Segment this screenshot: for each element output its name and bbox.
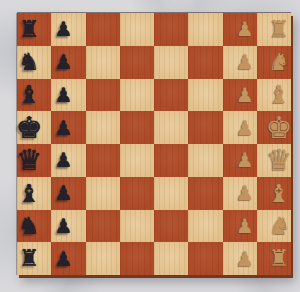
square-b1[interactable]: ♞ — [257, 210, 291, 243]
piece-white-pawn-h2[interactable]: ♟ — [236, 19, 254, 39]
piece-black-pawn-e7[interactable]: ♟ — [54, 118, 72, 138]
square-e1[interactable]: ♚ — [257, 111, 291, 144]
square-c8[interactable]: ♝ — [17, 177, 51, 210]
piece-white-pawn-c2[interactable]: ♟ — [236, 183, 254, 203]
piece-white-rook-a1[interactable]: ♜ — [269, 247, 290, 270]
square-f2[interactable]: ♟ — [223, 79, 257, 112]
square-b2[interactable]: ♟ — [223, 210, 257, 243]
piece-black-bishop-c8[interactable]: ♝ — [18, 181, 40, 206]
piece-black-rook-a8[interactable]: ♜ — [19, 247, 40, 270]
piece-black-knight-g8[interactable]: ♞ — [18, 50, 40, 74]
piece-white-pawn-e2[interactable]: ♟ — [236, 118, 254, 138]
piece-white-pawn-d2[interactable]: ♟ — [236, 150, 254, 170]
square-a4[interactable] — [154, 242, 188, 275]
square-f8[interactable]: ♝ — [17, 79, 51, 112]
square-c7[interactable]: ♟ — [51, 177, 85, 210]
square-h8[interactable]: ♜ — [17, 13, 51, 46]
square-d5[interactable] — [120, 144, 154, 177]
square-a6[interactable] — [86, 242, 120, 275]
square-g2[interactable]: ♟ — [223, 46, 257, 79]
square-e8[interactable]: ♚ — [17, 111, 51, 144]
square-c4[interactable] — [154, 177, 188, 210]
square-d3[interactable] — [188, 144, 222, 177]
square-a7[interactable]: ♟ — [51, 242, 85, 275]
square-h5[interactable] — [120, 13, 154, 46]
square-c2[interactable]: ♟ — [223, 177, 257, 210]
piece-white-knight-g1[interactable]: ♞ — [268, 50, 290, 74]
square-d1[interactable]: ♛ — [257, 144, 291, 177]
square-b4[interactable] — [154, 210, 188, 243]
square-f7[interactable]: ♟ — [51, 79, 85, 112]
square-e5[interactable] — [120, 111, 154, 144]
square-g4[interactable] — [154, 46, 188, 79]
square-g6[interactable] — [86, 46, 120, 79]
piece-white-king-e1[interactable]: ♚ — [265, 113, 292, 143]
square-f1[interactable]: ♝ — [257, 79, 291, 112]
square-d2[interactable]: ♟ — [223, 144, 257, 177]
square-b7[interactable]: ♟ — [51, 210, 85, 243]
square-a2[interactable]: ♟ — [223, 242, 257, 275]
square-e4[interactable] — [154, 111, 188, 144]
square-b3[interactable] — [188, 210, 222, 243]
piece-black-pawn-g7[interactable]: ♟ — [54, 52, 72, 72]
piece-black-queen-d8[interactable]: ♛ — [16, 146, 42, 175]
piece-white-bishop-f1[interactable]: ♝ — [268, 82, 290, 107]
piece-black-pawn-a7[interactable]: ♟ — [54, 249, 72, 269]
square-g3[interactable] — [188, 46, 222, 79]
square-g1[interactable]: ♞ — [257, 46, 291, 79]
square-g8[interactable]: ♞ — [17, 46, 51, 79]
piece-black-rook-h8[interactable]: ♜ — [19, 18, 40, 41]
square-f3[interactable] — [188, 79, 222, 112]
piece-black-pawn-d7[interactable]: ♟ — [54, 150, 72, 170]
piece-black-king-e8[interactable]: ♚ — [16, 113, 43, 143]
square-h3[interactable] — [188, 13, 222, 46]
square-c5[interactable] — [120, 177, 154, 210]
piece-black-pawn-c7[interactable]: ♟ — [54, 183, 72, 203]
square-b8[interactable]: ♞ — [17, 210, 51, 243]
square-c1[interactable]: ♝ — [257, 177, 291, 210]
square-f4[interactable] — [154, 79, 188, 112]
piece-white-pawn-a2[interactable]: ♟ — [236, 249, 254, 269]
piece-black-pawn-h7[interactable]: ♟ — [54, 19, 72, 39]
square-e2[interactable]: ♟ — [223, 111, 257, 144]
square-d4[interactable] — [154, 144, 188, 177]
square-e6[interactable] — [86, 111, 120, 144]
square-c3[interactable] — [188, 177, 222, 210]
piece-white-bishop-c1[interactable]: ♝ — [268, 181, 290, 206]
square-d8[interactable]: ♛ — [17, 144, 51, 177]
square-a8[interactable]: ♜ — [17, 242, 51, 275]
square-d6[interactable] — [86, 144, 120, 177]
piece-white-pawn-b2[interactable]: ♟ — [236, 216, 254, 236]
square-a5[interactable] — [120, 242, 154, 275]
square-c6[interactable] — [86, 177, 120, 210]
square-g5[interactable] — [120, 46, 154, 79]
square-e3[interactable] — [188, 111, 222, 144]
square-h6[interactable] — [86, 13, 120, 46]
square-b6[interactable] — [86, 210, 120, 243]
piece-black-pawn-b7[interactable]: ♟ — [54, 216, 72, 236]
piece-white-pawn-g2[interactable]: ♟ — [236, 52, 254, 72]
square-f6[interactable] — [86, 79, 120, 112]
marble-tabletop: ♜♟♟♜♞♟♟♞♝♟♟♝♚♟♟♚♛♟♟♛♝♟♟♝♞♟♟♞♜♟♟♜ — [0, 0, 300, 292]
square-h4[interactable] — [154, 13, 188, 46]
square-e7[interactable]: ♟ — [51, 111, 85, 144]
piece-white-rook-h1[interactable]: ♜ — [269, 18, 290, 41]
piece-white-queen-d1[interactable]: ♛ — [266, 146, 292, 175]
chess-board: ♜♟♟♜♞♟♟♞♝♟♟♝♚♟♟♚♛♟♟♛♝♟♟♝♞♟♟♞♜♟♟♜ — [17, 13, 291, 275]
piece-white-pawn-f2[interactable]: ♟ — [236, 85, 254, 105]
square-h1[interactable]: ♜ — [257, 13, 291, 46]
square-h7[interactable]: ♟ — [51, 13, 85, 46]
square-g7[interactable]: ♟ — [51, 46, 85, 79]
square-d7[interactable]: ♟ — [51, 144, 85, 177]
square-a3[interactable] — [188, 242, 222, 275]
square-a1[interactable]: ♜ — [257, 242, 291, 275]
square-f5[interactable] — [120, 79, 154, 112]
square-b5[interactable] — [120, 210, 154, 243]
square-h2[interactable]: ♟ — [223, 13, 257, 46]
piece-black-knight-b8[interactable]: ♞ — [18, 214, 40, 238]
piece-black-pawn-f7[interactable]: ♟ — [54, 85, 72, 105]
piece-black-bishop-f8[interactable]: ♝ — [18, 82, 40, 107]
piece-white-knight-b1[interactable]: ♞ — [268, 214, 290, 238]
